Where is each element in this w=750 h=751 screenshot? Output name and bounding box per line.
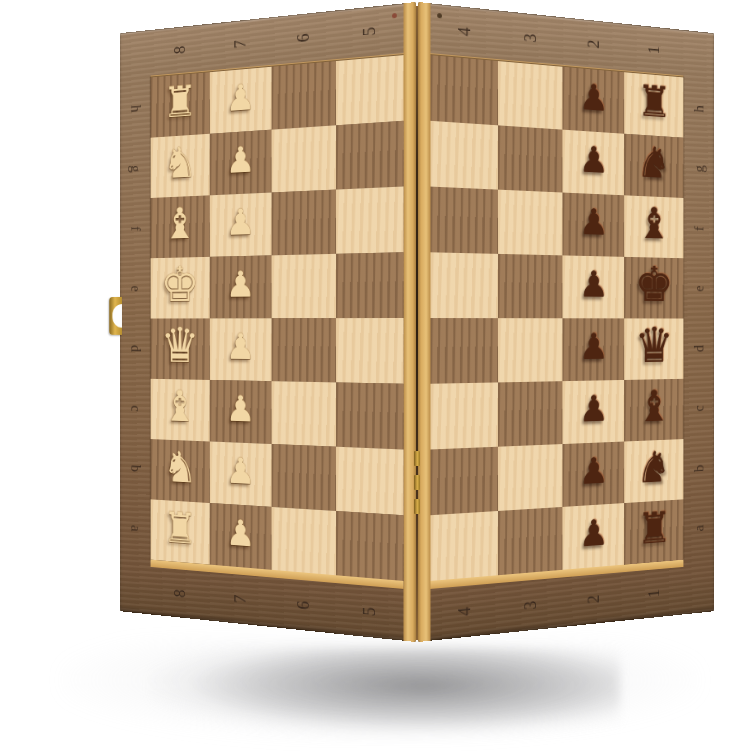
square-f5[interactable] — [336, 187, 403, 254]
black-pawn: ♟ — [579, 452, 608, 489]
square-a4[interactable] — [431, 511, 498, 581]
coordinate-label-7: 7 — [221, 8, 260, 80]
square-g2[interactable]: ♟ — [562, 130, 624, 196]
white-bishop: ♝ — [163, 202, 197, 246]
square-g3[interactable] — [498, 125, 563, 192]
white-knight: ♞ — [163, 141, 197, 185]
product-photo-stage: 8765 8765 hgfedcba ♜♟♞♟♝♟♚♟♛♟♝♟♞♟♜♟ 4321… — [0, 0, 750, 751]
square-g7[interactable]: ♟ — [210, 130, 272, 196]
black-pawn: ♟ — [579, 391, 608, 428]
coordinate-label-8: 8 — [160, 559, 199, 629]
black-knight: ♞ — [637, 446, 671, 490]
square-e7[interactable]: ♟ — [210, 255, 272, 318]
black-pawn: ♟ — [579, 79, 608, 117]
square-f4[interactable] — [431, 187, 498, 254]
board-right-half: 4321 4321 hgfedcba ♟♜♟♞♟♝♟♚♟♛♟♝♟♞♟♜ — [418, 2, 714, 642]
floor-shadow — [150, 648, 620, 738]
black-rook: ♜ — [637, 507, 671, 552]
coordinate-label-4: 4 — [442, 574, 487, 649]
white-knight: ♞ — [163, 446, 197, 490]
coordinate-label-7: 7 — [220, 564, 261, 636]
nail-pin-dot — [437, 13, 442, 18]
square-f3[interactable] — [498, 190, 563, 256]
white-pawn: ♟ — [226, 266, 255, 302]
spine-edge-right — [418, 2, 431, 642]
black-rook: ♜ — [637, 80, 671, 125]
black-queen: ♛ — [635, 322, 673, 370]
coordinate-label-5: 5 — [348, 0, 391, 69]
white-rook: ♜ — [163, 507, 197, 552]
coordinate-label-2: 2 — [573, 564, 614, 636]
white-pawn: ♟ — [226, 329, 255, 365]
rank-labels-top-right: 4321 — [431, 5, 684, 73]
coordinate-label-6: 6 — [283, 1, 324, 74]
square-g5[interactable] — [336, 121, 403, 190]
square-a3[interactable] — [498, 507, 563, 575]
rank-labels-bottom-left: 8765 — [151, 569, 404, 639]
brass-clasp — [109, 297, 122, 335]
coordinate-label-f: f — [673, 210, 726, 247]
black-pawn: ♟ — [579, 514, 608, 552]
coordinate-label-1: 1 — [634, 559, 673, 629]
black-pawn: ♟ — [579, 204, 608, 241]
square-e4[interactable] — [431, 252, 498, 318]
coordinate-label-5: 5 — [347, 574, 392, 649]
clasp-hole — [112, 304, 121, 328]
square-d3[interactable] — [498, 318, 563, 382]
coordinate-label-b: b — [109, 449, 162, 487]
black-knight: ♞ — [637, 141, 671, 185]
coordinate-label-3: 3 — [509, 569, 552, 642]
black-king: ♚ — [635, 261, 673, 310]
file-labels-left-edge: hgfedcba — [120, 77, 151, 559]
square-a6[interactable] — [272, 507, 337, 575]
right-half-squares: ♟♜♟♞♟♝♟♚♟♛♟♝♟♞♟♜ — [431, 55, 684, 581]
coordinate-label-h: h — [673, 89, 726, 128]
square-a7[interactable]: ♟ — [210, 503, 272, 570]
coordinate-label-2: 2 — [574, 8, 613, 80]
hinge-knuckle — [414, 499, 420, 514]
white-queen: ♛ — [161, 322, 199, 370]
square-d7[interactable]: ♟ — [210, 318, 272, 381]
brass-hinge — [414, 442, 420, 523]
coordinate-label-4: 4 — [443, 0, 486, 69]
black-bishop: ♝ — [637, 202, 671, 246]
coordinate-label-h: h — [109, 89, 162, 128]
square-b5[interactable] — [336, 447, 403, 516]
square-d5[interactable] — [336, 318, 403, 384]
square-b7[interactable]: ♟ — [210, 442, 272, 507]
coordinate-label-6: 6 — [282, 569, 325, 642]
board-left-half: 8765 8765 hgfedcba ♜♟♞♟♝♟♚♟♛♟♝♟♞♟♜♟ — [120, 2, 416, 642]
square-b3[interactable] — [498, 444, 563, 511]
square-c5[interactable] — [336, 382, 403, 449]
white-rook: ♜ — [163, 80, 197, 125]
coordinate-label-b: b — [673, 449, 726, 487]
square-f7[interactable]: ♟ — [210, 193, 272, 257]
square-e6[interactable] — [272, 254, 337, 318]
square-c6[interactable] — [272, 381, 337, 447]
hinge-knuckle — [414, 475, 420, 490]
coordinate-label-d: d — [673, 331, 726, 367]
coordinate-label-3: 3 — [510, 1, 551, 74]
rank-labels-bottom-right: 4321 — [431, 569, 684, 639]
black-pawn: ♟ — [579, 141, 608, 178]
rank-labels-top-left: 8765 — [151, 5, 404, 73]
square-g4[interactable] — [431, 121, 498, 190]
square-a5[interactable] — [336, 511, 403, 581]
square-f2[interactable]: ♟ — [562, 193, 624, 257]
left-half-squares: ♜♟♞♟♝♟♚♟♛♟♝♟♞♟♜♟ — [151, 55, 404, 581]
square-d6[interactable] — [272, 318, 337, 382]
coordinate-label-a: a — [109, 509, 162, 548]
coordinate-label-g: g — [673, 149, 726, 187]
square-b2[interactable]: ♟ — [562, 442, 624, 507]
black-pawn: ♟ — [579, 266, 608, 302]
coordinate-label-c: c — [673, 390, 726, 427]
spine-edge-left — [403, 2, 416, 642]
square-g6[interactable] — [272, 125, 337, 192]
coordinate-label-g: g — [109, 149, 162, 187]
square-e3[interactable] — [498, 254, 563, 318]
white-pawn: ♟ — [226, 204, 255, 241]
coordinate-label-e: e — [673, 270, 726, 306]
white-pawn: ♟ — [226, 514, 255, 552]
white-king: ♚ — [161, 261, 199, 310]
coordinate-label-1: 1 — [635, 15, 673, 85]
folding-chess-board: 8765 8765 hgfedcba ♜♟♞♟♝♟♚♟♛♟♝♟♞♟♜♟ 4321… — [67, 2, 750, 646]
coordinate-label-f: f — [109, 210, 162, 247]
square-f6[interactable] — [272, 190, 337, 256]
square-b6[interactable] — [272, 444, 337, 511]
square-a2[interactable]: ♟ — [562, 503, 624, 570]
black-bishop: ♝ — [637, 385, 671, 428]
coordinate-label-a: a — [673, 509, 726, 548]
white-pawn: ♟ — [226, 141, 255, 178]
square-c4[interactable] — [431, 382, 498, 449]
coordinate-label-c: c — [109, 390, 162, 427]
black-pawn: ♟ — [579, 329, 608, 365]
file-labels-right-edge: hgfedcba — [683, 77, 714, 559]
square-e5[interactable] — [336, 252, 403, 318]
coordinate-label-d: d — [109, 331, 162, 367]
hinge-knuckle — [414, 451, 420, 466]
square-c7[interactable]: ♟ — [210, 380, 272, 444]
white-pawn: ♟ — [226, 391, 255, 428]
coordinate-label-8: 8 — [161, 15, 199, 85]
white-pawn: ♟ — [226, 452, 255, 489]
square-d4[interactable] — [431, 318, 498, 384]
square-d2[interactable]: ♟ — [562, 318, 624, 381]
square-c3[interactable] — [498, 381, 563, 447]
square-b4[interactable] — [431, 447, 498, 516]
white-pawn: ♟ — [226, 79, 255, 117]
square-e2[interactable]: ♟ — [562, 255, 624, 318]
square-c2[interactable]: ♟ — [562, 380, 624, 444]
white-bishop: ♝ — [163, 385, 197, 428]
